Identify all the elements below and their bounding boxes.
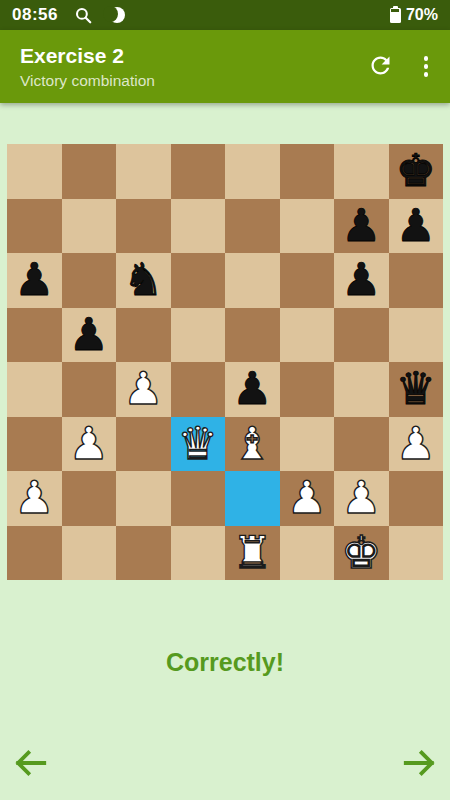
status-bar: 08:56 70%	[0, 0, 450, 30]
square-h6[interactable]	[389, 253, 444, 308]
square-e7[interactable]	[225, 199, 280, 254]
square-h5[interactable]	[389, 308, 444, 363]
square-a6[interactable]: ♟	[7, 253, 62, 308]
square-h2[interactable]	[389, 471, 444, 526]
square-a2[interactable]: ♟	[7, 471, 62, 526]
search-icon	[74, 6, 93, 25]
square-b4[interactable]	[62, 362, 117, 417]
piece-white-pawn[interactable]: ♟	[341, 471, 381, 525]
clock: 08:56	[12, 5, 58, 25]
square-c2[interactable]	[116, 471, 171, 526]
forward-arrow-icon	[401, 744, 439, 785]
square-c3[interactable]	[116, 417, 171, 472]
square-g4[interactable]	[334, 362, 389, 417]
square-h7[interactable]: ♟	[389, 199, 444, 254]
square-d5[interactable]	[171, 308, 226, 363]
piece-black-pawn[interactable]: ♟	[232, 362, 272, 416]
piece-white-pawn[interactable]: ♟	[396, 417, 436, 471]
app-screen: 08:56 70% Exercise 2 Victory combination	[0, 0, 450, 800]
piece-black-pawn[interactable]: ♟	[14, 253, 54, 307]
piece-white-queen[interactable]: ♛	[178, 417, 218, 471]
square-c4[interactable]: ♟	[116, 362, 171, 417]
square-h4[interactable]: ♛	[389, 362, 444, 417]
square-b5[interactable]: ♟	[62, 308, 117, 363]
previous-exercise-button[interactable]	[11, 745, 49, 783]
square-d3[interactable]: ♛	[171, 417, 226, 472]
piece-white-bishop[interactable]: ♝	[232, 417, 272, 471]
chess-board[interactable]: ♚♟♟♟♞♟♟♟♟♛♟♛♝♟♟♟♟♜♚	[7, 144, 443, 580]
square-c5[interactable]	[116, 308, 171, 363]
square-a4[interactable]	[7, 362, 62, 417]
overflow-menu-icon	[424, 56, 429, 77]
piece-black-king[interactable]: ♚	[396, 144, 436, 198]
square-f4[interactable]	[280, 362, 335, 417]
piece-white-pawn[interactable]: ♟	[14, 471, 54, 525]
square-d8[interactable]	[171, 144, 226, 199]
square-b2[interactable]	[62, 471, 117, 526]
square-g6[interactable]: ♟	[334, 253, 389, 308]
square-a3[interactable]	[7, 417, 62, 472]
square-d6[interactable]	[171, 253, 226, 308]
square-b1[interactable]	[62, 526, 117, 581]
next-exercise-button[interactable]	[401, 745, 439, 783]
square-a1[interactable]	[7, 526, 62, 581]
feedback-message: Correctly!	[0, 648, 450, 677]
moon-icon	[109, 7, 125, 23]
square-h3[interactable]: ♟	[389, 417, 444, 472]
refresh-button[interactable]	[358, 45, 402, 89]
square-b8[interactable]	[62, 144, 117, 199]
piece-white-pawn[interactable]: ♟	[123, 362, 163, 416]
square-e2[interactable]	[225, 471, 280, 526]
square-c8[interactable]	[116, 144, 171, 199]
battery-icon	[390, 8, 401, 23]
piece-white-pawn[interactable]: ♟	[69, 417, 109, 471]
piece-white-pawn[interactable]: ♟	[287, 471, 327, 525]
square-d7[interactable]	[171, 199, 226, 254]
square-c6[interactable]: ♞	[116, 253, 171, 308]
square-d4[interactable]	[171, 362, 226, 417]
square-f7[interactable]	[280, 199, 335, 254]
piece-black-pawn[interactable]: ♟	[69, 308, 109, 362]
square-g3[interactable]	[334, 417, 389, 472]
piece-black-pawn[interactable]: ♟	[341, 253, 381, 307]
app-bar: Exercise 2 Victory combination	[0, 30, 450, 103]
piece-black-knight[interactable]: ♞	[123, 253, 163, 307]
piece-black-pawn[interactable]: ♟	[341, 199, 381, 253]
square-d2[interactable]	[171, 471, 226, 526]
square-b6[interactable]	[62, 253, 117, 308]
square-g2[interactable]: ♟	[334, 471, 389, 526]
square-g8[interactable]	[334, 144, 389, 199]
square-e1[interactable]: ♜	[225, 526, 280, 581]
square-a7[interactable]	[7, 199, 62, 254]
piece-black-queen[interactable]: ♛	[396, 362, 436, 416]
piece-white-king[interactable]: ♚	[341, 526, 381, 580]
square-f1[interactable]	[280, 526, 335, 581]
piece-white-rook[interactable]: ♜	[232, 526, 272, 580]
square-e6[interactable]	[225, 253, 280, 308]
square-g5[interactable]	[334, 308, 389, 363]
refresh-icon	[367, 52, 394, 82]
square-e5[interactable]	[225, 308, 280, 363]
back-arrow-icon	[11, 744, 49, 785]
square-f5[interactable]	[280, 308, 335, 363]
square-h1[interactable]	[389, 526, 444, 581]
square-f6[interactable]	[280, 253, 335, 308]
square-b7[interactable]	[62, 199, 117, 254]
square-e3[interactable]: ♝	[225, 417, 280, 472]
square-c7[interactable]	[116, 199, 171, 254]
square-f8[interactable]	[280, 144, 335, 199]
square-d1[interactable]	[171, 526, 226, 581]
square-h8[interactable]: ♚	[389, 144, 444, 199]
square-g7[interactable]: ♟	[334, 199, 389, 254]
square-c1[interactable]	[116, 526, 171, 581]
square-g1[interactable]: ♚	[334, 526, 389, 581]
piece-black-pawn[interactable]: ♟	[396, 199, 436, 253]
battery-percent: 70%	[406, 6, 438, 24]
square-a8[interactable]	[7, 144, 62, 199]
overflow-menu-button[interactable]	[404, 45, 448, 89]
square-e8[interactable]	[225, 144, 280, 199]
square-f3[interactable]	[280, 417, 335, 472]
square-a5[interactable]	[7, 308, 62, 363]
square-e4[interactable]: ♟	[225, 362, 280, 417]
square-f2[interactable]: ♟	[280, 471, 335, 526]
square-b3[interactable]: ♟	[62, 417, 117, 472]
